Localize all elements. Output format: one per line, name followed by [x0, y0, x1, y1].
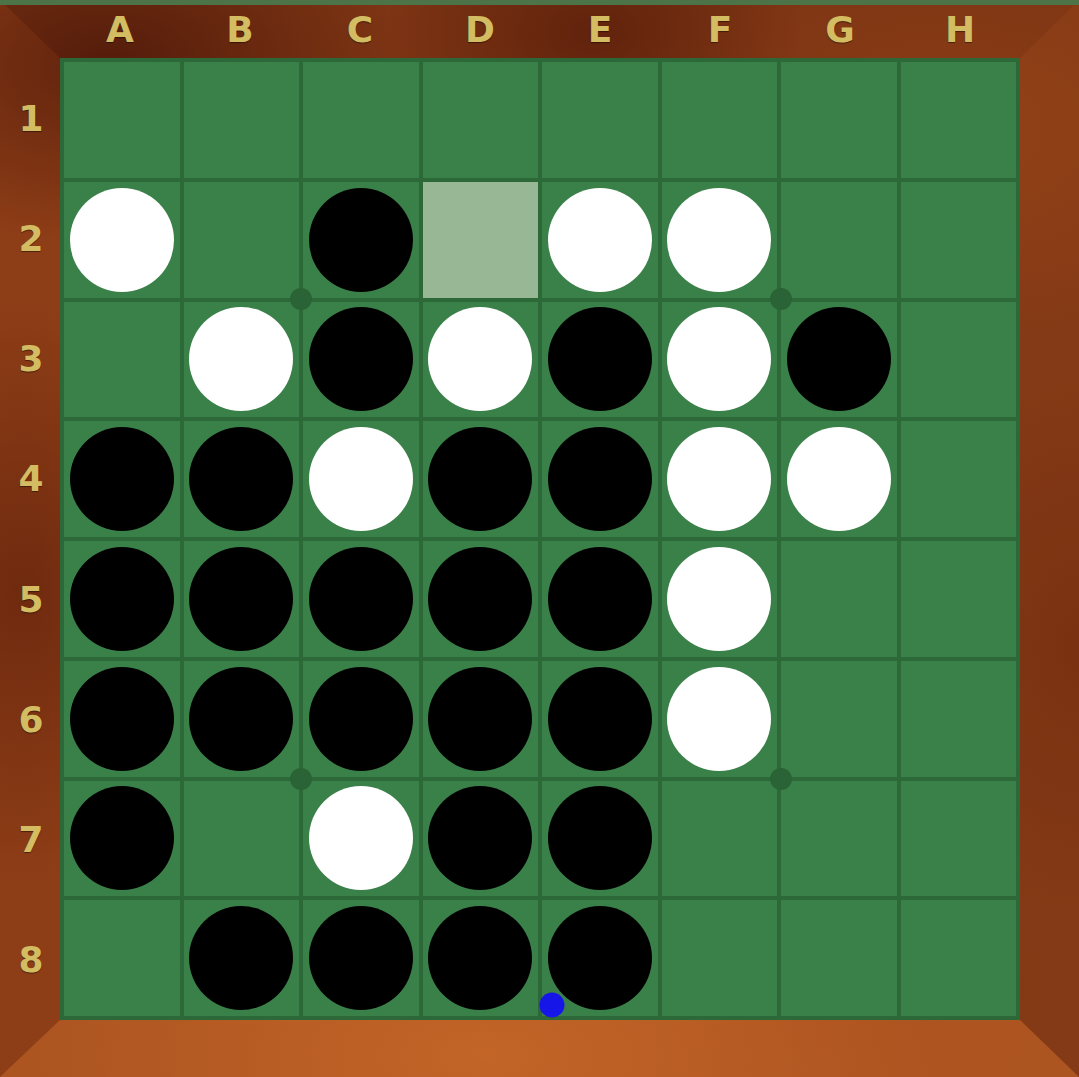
black-disc	[548, 906, 652, 1010]
cell-B4[interactable]	[184, 421, 300, 537]
cell-E2[interactable]	[542, 182, 658, 298]
white-disc	[667, 667, 771, 771]
cell-E3[interactable]	[542, 302, 658, 418]
othello-app: ABCDEFGH 12345678	[0, 0, 1079, 1077]
cell-G6[interactable]	[781, 661, 897, 777]
black-disc	[70, 667, 174, 771]
cell-H7[interactable]	[901, 781, 1017, 897]
cell-E1[interactable]	[542, 62, 658, 178]
column-label-E: E	[540, 0, 660, 58]
row-label-1: 1	[0, 58, 60, 178]
cell-F8[interactable]	[662, 900, 778, 1016]
cell-H4[interactable]	[901, 421, 1017, 537]
cell-B7[interactable]	[184, 781, 300, 897]
cell-C8[interactable]	[303, 900, 419, 1016]
row-label-2: 2	[0, 178, 60, 298]
white-disc	[309, 786, 413, 890]
cell-D8[interactable]	[423, 900, 539, 1016]
column-label-B: B	[180, 0, 300, 58]
star-point-icon	[290, 768, 312, 790]
cell-H1[interactable]	[901, 62, 1017, 178]
cell-G3[interactable]	[781, 302, 897, 418]
cell-A2[interactable]	[64, 182, 180, 298]
cell-G7[interactable]	[781, 781, 897, 897]
cell-A8[interactable]	[64, 900, 180, 1016]
cell-H8[interactable]	[901, 900, 1017, 1016]
cell-G2[interactable]	[781, 182, 897, 298]
cell-D4[interactable]	[423, 421, 539, 537]
star-point-icon	[770, 288, 792, 310]
cell-F3[interactable]	[662, 302, 778, 418]
row-label-6: 6	[0, 659, 60, 779]
column-label-C: C	[300, 0, 420, 58]
last-move-marker	[540, 993, 565, 1018]
white-disc	[428, 307, 532, 411]
black-disc	[309, 667, 413, 771]
star-point-icon	[290, 288, 312, 310]
cell-E7[interactable]	[542, 781, 658, 897]
row-label-4: 4	[0, 419, 60, 539]
black-disc	[309, 307, 413, 411]
cell-C6[interactable]	[303, 661, 419, 777]
cell-H5[interactable]	[901, 541, 1017, 657]
cell-G1[interactable]	[781, 62, 897, 178]
cell-E4[interactable]	[542, 421, 658, 537]
row-label-5: 5	[0, 539, 60, 659]
white-disc	[667, 427, 771, 531]
cell-D5[interactable]	[423, 541, 539, 657]
cell-F5[interactable]	[662, 541, 778, 657]
white-disc	[70, 188, 174, 292]
cell-D2[interactable]	[423, 182, 539, 298]
cell-G4[interactable]	[781, 421, 897, 537]
cell-H3[interactable]	[901, 302, 1017, 418]
cell-E6[interactable]	[542, 661, 658, 777]
white-disc	[309, 427, 413, 531]
black-disc	[309, 188, 413, 292]
black-disc	[189, 547, 293, 651]
column-label-F: F	[660, 0, 780, 58]
cell-A7[interactable]	[64, 781, 180, 897]
column-label-A: A	[60, 0, 180, 58]
white-disc	[548, 188, 652, 292]
cell-B3[interactable]	[184, 302, 300, 418]
cell-G5[interactable]	[781, 541, 897, 657]
cell-D1[interactable]	[423, 62, 539, 178]
black-disc	[548, 547, 652, 651]
cell-A1[interactable]	[64, 62, 180, 178]
cell-C4[interactable]	[303, 421, 419, 537]
black-disc	[428, 786, 532, 890]
cell-F2[interactable]	[662, 182, 778, 298]
black-disc	[548, 427, 652, 531]
cell-G8[interactable]	[781, 900, 897, 1016]
row-label-8: 8	[0, 900, 60, 1020]
row-labels: 12345678	[0, 58, 60, 1020]
black-disc	[189, 667, 293, 771]
black-disc	[787, 307, 891, 411]
black-disc	[309, 906, 413, 1010]
white-disc	[787, 427, 891, 531]
column-labels: ABCDEFGH	[60, 0, 1020, 58]
cell-C3[interactable]	[303, 302, 419, 418]
cell-A4[interactable]	[64, 421, 180, 537]
black-disc	[70, 547, 174, 651]
cell-A5[interactable]	[64, 541, 180, 657]
cell-D6[interactable]	[423, 661, 539, 777]
black-disc	[70, 427, 174, 531]
cell-E5[interactable]	[542, 541, 658, 657]
cell-A3[interactable]	[64, 302, 180, 418]
white-disc	[667, 547, 771, 651]
column-label-D: D	[420, 0, 540, 58]
cell-C5[interactable]	[303, 541, 419, 657]
black-disc	[70, 786, 174, 890]
black-disc	[309, 547, 413, 651]
row-label-7: 7	[0, 780, 60, 900]
column-label-G: G	[780, 0, 900, 58]
cell-F1[interactable]	[662, 62, 778, 178]
star-point-icon	[770, 768, 792, 790]
cell-D7[interactable]	[423, 781, 539, 897]
board-grid	[60, 58, 1020, 1020]
white-disc	[667, 307, 771, 411]
white-disc	[667, 188, 771, 292]
cell-A6[interactable]	[64, 661, 180, 777]
black-disc	[189, 427, 293, 531]
cell-D3[interactable]	[423, 302, 539, 418]
cell-C2[interactable]	[303, 182, 419, 298]
cell-F6[interactable]	[662, 661, 778, 777]
cell-F7[interactable]	[662, 781, 778, 897]
black-disc	[428, 427, 532, 531]
black-disc	[428, 667, 532, 771]
cell-H2[interactable]	[901, 182, 1017, 298]
cell-B6[interactable]	[184, 661, 300, 777]
black-disc	[428, 547, 532, 651]
cell-H6[interactable]	[901, 661, 1017, 777]
black-disc	[548, 307, 652, 411]
cell-B5[interactable]	[184, 541, 300, 657]
row-label-3: 3	[0, 299, 60, 419]
cell-C7[interactable]	[303, 781, 419, 897]
column-label-H: H	[900, 0, 1020, 58]
cell-B2[interactable]	[184, 182, 300, 298]
white-disc	[189, 307, 293, 411]
black-disc	[548, 667, 652, 771]
black-disc	[548, 786, 652, 890]
cell-C1[interactable]	[303, 62, 419, 178]
black-disc	[428, 906, 532, 1010]
black-disc	[189, 906, 293, 1010]
cell-F4[interactable]	[662, 421, 778, 537]
cell-B1[interactable]	[184, 62, 300, 178]
cell-B8[interactable]	[184, 900, 300, 1016]
